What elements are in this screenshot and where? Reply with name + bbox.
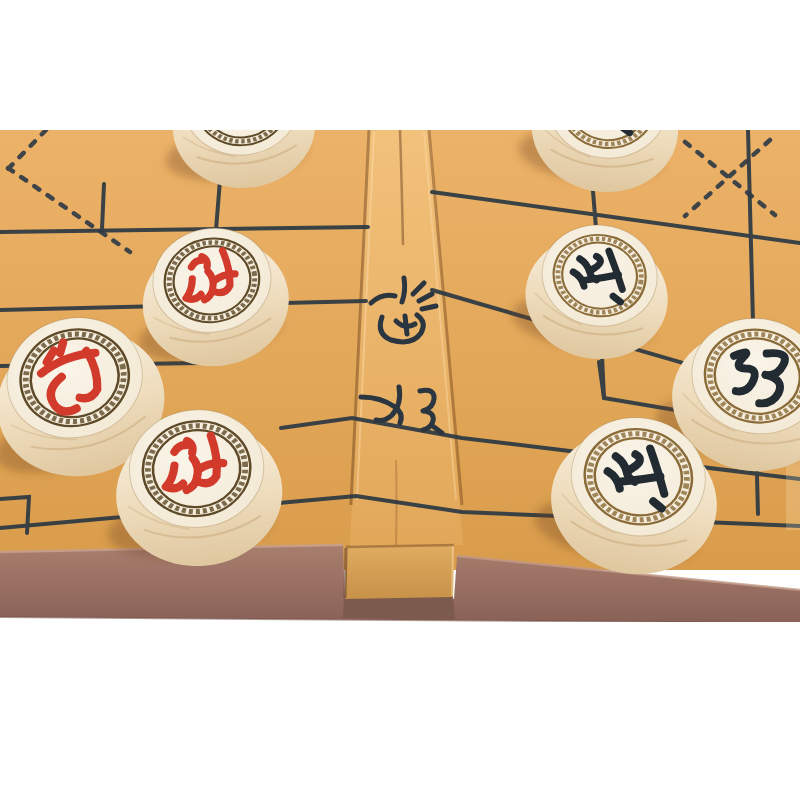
hinge-notch (343, 545, 455, 620)
product-photo (0, 0, 800, 800)
